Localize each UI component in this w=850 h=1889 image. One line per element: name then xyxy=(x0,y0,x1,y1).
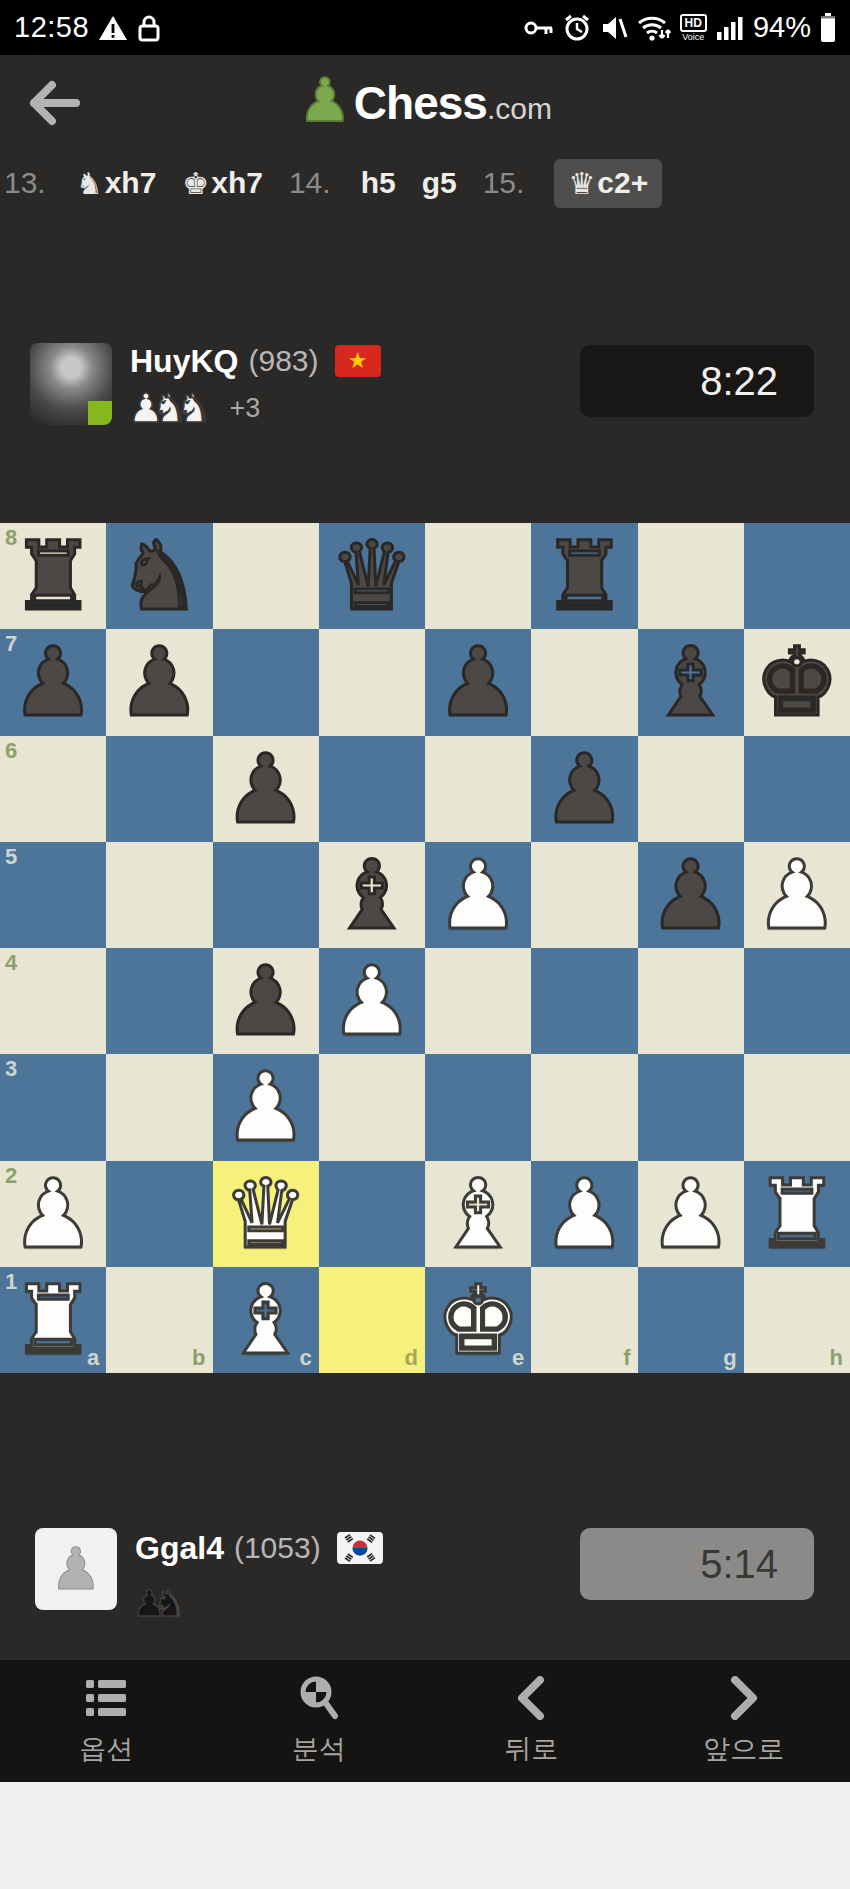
square-a2[interactable]: ♟2 xyxy=(0,1161,106,1267)
file-label: f xyxy=(623,1347,630,1369)
material-score: +3 xyxy=(230,393,261,424)
battery-icon xyxy=(820,13,836,43)
file-label: d xyxy=(405,1347,418,1369)
square-f4[interactable] xyxy=(531,948,637,1054)
square-f8[interactable]: ♜ xyxy=(531,523,637,629)
game-nav-bar: 옵션 분석 뒤로 앞으로 xyxy=(0,1660,850,1782)
square-h2[interactable]: ♜ xyxy=(744,1161,850,1267)
move-forward-button[interactable]: 앞으로 xyxy=(638,1660,850,1782)
captured-bottom: ♟♞ xyxy=(133,1582,186,1626)
square-f2[interactable]: ♟ xyxy=(531,1161,637,1267)
square-c7[interactable] xyxy=(213,629,319,735)
move-xh7[interactable]: ♞xh7 xyxy=(76,166,157,201)
square-d1[interactable]: d xyxy=(319,1267,425,1373)
square-a5[interactable]: 5 xyxy=(0,842,106,948)
square-b3[interactable] xyxy=(106,1054,212,1160)
square-c8[interactable] xyxy=(213,523,319,629)
analysis-label: 분석 xyxy=(292,1731,346,1767)
move-g5[interactable]: g5 xyxy=(422,166,457,200)
square-g2[interactable]: ♟ xyxy=(638,1161,744,1267)
square-e5[interactable]: ♟ xyxy=(425,842,531,948)
knight-icon: ♞ xyxy=(76,166,103,201)
king-icon: ♚ xyxy=(182,166,209,201)
rank-label: 6 xyxy=(5,740,17,762)
piece-black-pawn[interactable]: ♟ xyxy=(213,948,319,1054)
clock-bottom: 5:14 xyxy=(580,1528,814,1600)
square-d5[interactable]: ♝ xyxy=(319,842,425,948)
square-e8[interactable] xyxy=(425,523,531,629)
logo-pawn-icon: ♟ xyxy=(298,71,352,131)
move-text: h5 xyxy=(361,166,396,200)
square-h7[interactable]: ♚ xyxy=(744,629,850,735)
square-h3[interactable] xyxy=(744,1054,850,1160)
square-g4[interactable] xyxy=(638,948,744,1054)
logo-suffix-text: .com xyxy=(487,92,552,126)
player-name[interactable]: Ggal4 xyxy=(135,1530,224,1567)
vietnam-flag-icon: ★ xyxy=(335,345,381,377)
options-button[interactable]: 옵션 xyxy=(0,1660,213,1782)
file-label: g xyxy=(723,1347,736,1369)
chesscom-logo: ♟ Chess .com xyxy=(0,55,850,150)
square-h8[interactable] xyxy=(744,523,850,629)
square-d8[interactable]: ♛ xyxy=(319,523,425,629)
queen-icon: ♛ xyxy=(568,166,595,201)
move-text: g5 xyxy=(422,166,457,200)
square-b5[interactable] xyxy=(106,842,212,948)
square-h4[interactable] xyxy=(744,948,850,1054)
wifi-icon xyxy=(637,14,671,42)
rank-label: 3 xyxy=(5,1058,17,1080)
captured-top: ♟♞♞+3 xyxy=(128,386,260,430)
back-label: 뒤로 xyxy=(504,1731,558,1767)
square-f1[interactable]: f xyxy=(531,1267,637,1373)
square-e4[interactable] xyxy=(425,948,531,1054)
square-d3[interactable] xyxy=(319,1054,425,1160)
move-text: c2+ xyxy=(597,166,648,200)
rank-label: 2 xyxy=(5,1165,17,1187)
square-b1[interactable]: b xyxy=(106,1267,212,1373)
piece-white-pawn[interactable]: ♟ xyxy=(638,1161,744,1267)
battery-percent: 94% xyxy=(753,11,811,44)
clock-top: 8:22 xyxy=(580,345,814,417)
chevron-left-icon xyxy=(516,1675,546,1721)
square-f7[interactable] xyxy=(531,629,637,735)
logo-text: Chess xyxy=(354,76,487,130)
key-icon xyxy=(524,18,554,38)
square-b2[interactable] xyxy=(106,1161,212,1267)
avatar[interactable] xyxy=(30,343,112,425)
square-g8[interactable] xyxy=(638,523,744,629)
square-h1[interactable]: h xyxy=(744,1267,850,1373)
square-f3[interactable] xyxy=(531,1054,637,1160)
square-b6[interactable] xyxy=(106,736,212,842)
forward-label: 앞으로 xyxy=(703,1731,784,1767)
clock-time: 12:58 xyxy=(14,11,89,44)
piece-black-pawn[interactable]: ♟ xyxy=(106,629,212,735)
rank-label: 7 xyxy=(5,633,17,655)
captured-white-knight-icon: ♞ xyxy=(176,388,212,428)
square-a3[interactable]: 3 xyxy=(0,1054,106,1160)
mute-icon xyxy=(600,15,628,41)
south-korea-flag-icon xyxy=(337,1532,383,1564)
move-text: xh7 xyxy=(211,166,263,200)
move-number: 15. xyxy=(483,166,525,200)
square-h5[interactable]: ♟ xyxy=(744,842,850,948)
square-a7[interactable]: ♟7 xyxy=(0,629,106,735)
piece-black-pawn[interactable]: ♟ xyxy=(531,736,637,842)
online-badge xyxy=(88,401,112,425)
piece-black-pawn[interactable]: ♟ xyxy=(425,629,531,735)
chevron-right-icon xyxy=(729,1675,759,1721)
move-number: 14. xyxy=(289,166,331,200)
piece-black-queen[interactable]: ♛ xyxy=(319,523,425,629)
piece-black-rook[interactable]: ♜ xyxy=(531,523,637,629)
status-bar: 12:58 HD Voice xyxy=(0,0,850,55)
flag-star: ★ xyxy=(348,350,368,372)
analysis-magnifier-icon xyxy=(297,1675,341,1721)
chess-board[interactable]: ♜8♞♛♜♟7♟♟♝♚6♟♟5♝♟♟♟4♟♟3♟♟2♛♝♟♟♜♜1ab♝cd♚e… xyxy=(0,523,850,1373)
signal-icon xyxy=(716,15,744,41)
file-label: h xyxy=(830,1347,843,1369)
square-f6[interactable]: ♟ xyxy=(531,736,637,842)
rank-label: 5 xyxy=(5,846,17,868)
lock-icon xyxy=(137,14,161,42)
piece-white-pawn[interactable]: ♟ xyxy=(213,1054,319,1160)
rank-label: 8 xyxy=(5,527,17,549)
piece-black-knight[interactable]: ♞ xyxy=(106,523,212,629)
square-a1[interactable]: ♜1a xyxy=(0,1267,106,1373)
file-label: a xyxy=(87,1347,99,1369)
square-e1[interactable]: ♚e xyxy=(425,1267,531,1373)
square-c3[interactable]: ♟ xyxy=(213,1054,319,1160)
square-e6[interactable] xyxy=(425,736,531,842)
square-g1[interactable]: g xyxy=(638,1267,744,1373)
square-c1[interactable]: ♝c xyxy=(213,1267,319,1373)
piece-black-pawn[interactable]: ♟ xyxy=(638,842,744,948)
square-c2[interactable]: ♛ xyxy=(213,1161,319,1267)
square-d2[interactable] xyxy=(319,1161,425,1267)
file-label: e xyxy=(512,1347,524,1369)
rank-label: 1 xyxy=(5,1271,17,1293)
piece-white-rook[interactable]: ♜ xyxy=(744,1161,850,1267)
square-g5[interactable]: ♟ xyxy=(638,842,744,948)
piece-black-bishop[interactable]: ♝ xyxy=(638,629,744,735)
piece-black-king[interactable]: ♚ xyxy=(744,629,850,735)
app-header: ♟ Chess .com xyxy=(0,55,850,150)
square-g7[interactable]: ♝ xyxy=(638,629,744,735)
avatar[interactable]: ♟ xyxy=(35,1528,117,1610)
square-d6[interactable] xyxy=(319,736,425,842)
warning-icon xyxy=(98,14,128,42)
square-d4[interactable]: ♟ xyxy=(319,948,425,1054)
avatar-pawn-icon: ♟ xyxy=(50,1535,102,1603)
chess-app-screen: 12:58 HD Voice xyxy=(0,0,850,1889)
player-name[interactable]: HuyKQ xyxy=(130,343,238,380)
move-number: 13. xyxy=(4,166,46,200)
piece-black-bishop[interactable]: ♝ xyxy=(319,842,425,948)
square-g3[interactable] xyxy=(638,1054,744,1160)
square-d7[interactable] xyxy=(319,629,425,735)
square-e3[interactable] xyxy=(425,1054,531,1160)
file-label: c xyxy=(300,1347,312,1369)
square-e7[interactable]: ♟ xyxy=(425,629,531,735)
piece-white-pawn[interactable]: ♟ xyxy=(319,948,425,1054)
rank-label: 4 xyxy=(5,952,17,974)
square-e2[interactable]: ♝ xyxy=(425,1161,531,1267)
piece-white-bishop[interactable]: ♝ xyxy=(425,1161,531,1267)
player-rating: (983) xyxy=(248,344,318,378)
move-c2+[interactable]: ♛c2+ xyxy=(554,159,662,208)
square-a6[interactable]: 6 xyxy=(0,736,106,842)
piece-black-pawn[interactable]: ♟ xyxy=(213,736,319,842)
square-a8[interactable]: ♜8 xyxy=(0,523,106,629)
options-label: 옵션 xyxy=(79,1731,133,1767)
square-g6[interactable] xyxy=(638,736,744,842)
player-rating: (1053) xyxy=(234,1531,321,1565)
square-f5[interactable] xyxy=(531,842,637,948)
square-c6[interactable]: ♟ xyxy=(213,736,319,842)
square-b4[interactable] xyxy=(106,948,212,1054)
square-a4[interactable]: 4 xyxy=(0,948,106,1054)
move-list: 13.♞xh7♚xh714.h5g515.♛c2+ xyxy=(0,150,850,216)
move-text: xh7 xyxy=(105,166,157,200)
square-c5[interactable] xyxy=(213,842,319,948)
alarm-icon xyxy=(563,14,591,42)
captured-black-knight-icon: ♞ xyxy=(153,1586,185,1622)
piece-white-pawn[interactable]: ♟ xyxy=(425,842,531,948)
move-h5[interactable]: h5 xyxy=(361,166,396,200)
square-b8[interactable]: ♞ xyxy=(106,523,212,629)
piece-white-pawn[interactable]: ♟ xyxy=(744,842,850,948)
hd-voice-badge: HD Voice xyxy=(680,14,707,42)
square-b7[interactable]: ♟ xyxy=(106,629,212,735)
android-nav-bar xyxy=(0,1782,850,1889)
options-list-icon xyxy=(84,1675,128,1721)
square-h6[interactable] xyxy=(744,736,850,842)
piece-white-queen[interactable]: ♛ xyxy=(213,1161,319,1267)
move-back-button[interactable]: 뒤로 xyxy=(425,1660,638,1782)
square-c4[interactable]: ♟ xyxy=(213,948,319,1054)
piece-white-pawn[interactable]: ♟ xyxy=(531,1161,637,1267)
file-label: b xyxy=(192,1347,205,1369)
analysis-button[interactable]: 분석 xyxy=(213,1660,426,1782)
move-xh7[interactable]: ♚xh7 xyxy=(182,166,263,201)
